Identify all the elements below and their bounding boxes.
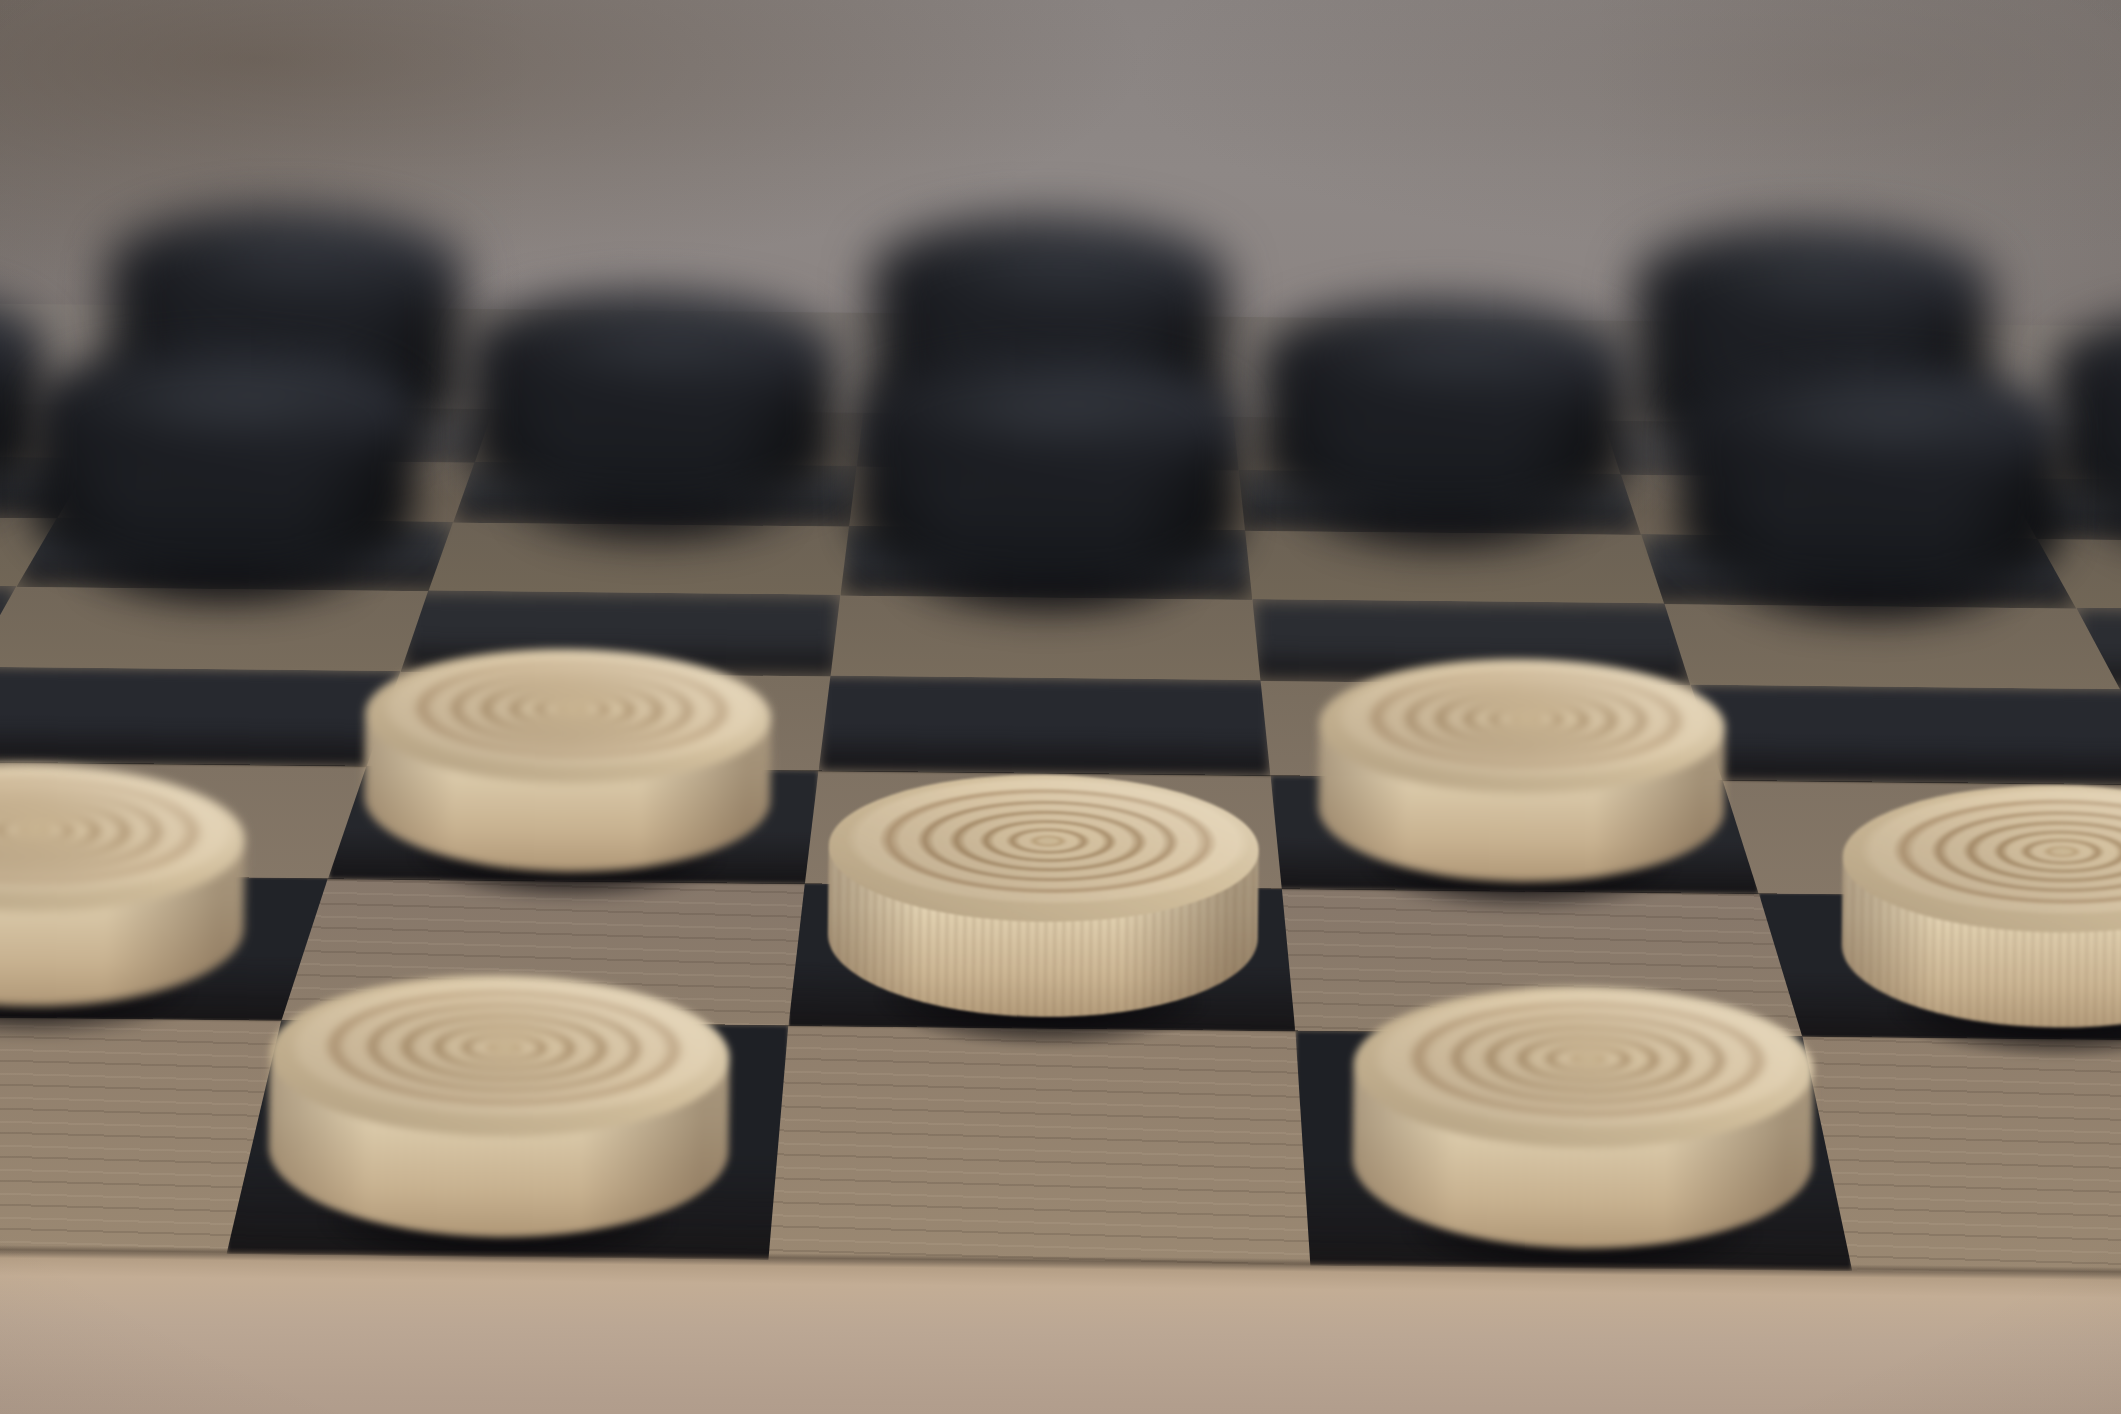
photo-vignette: [0, 0, 2121, 1414]
checkers-photo-scene: [0, 0, 2121, 1414]
